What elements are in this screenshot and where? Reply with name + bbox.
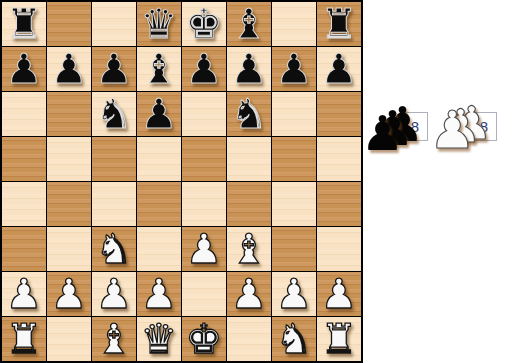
- piece-black-rook[interactable]: ♜: [321, 4, 358, 45]
- square-h5[interactable]: [317, 137, 361, 181]
- piece-white-rook[interactable]: ♜: [321, 319, 358, 360]
- piece-white-knight[interactable]: ♞: [276, 319, 313, 360]
- chess-app: ♜♛♚♝♜♟♟♟♝♟♟♟♟♞♟♞♞♟♝♟♟♟♟♟♟♟♜♝♛♚♞♜ ♟ ♟ ♟ 8…: [0, 0, 514, 363]
- square-h2[interactable]: ♟: [317, 272, 361, 316]
- square-g7[interactable]: ♟: [272, 47, 316, 91]
- square-g2[interactable]: ♟: [272, 272, 316, 316]
- square-f1[interactable]: [227, 317, 271, 361]
- square-e3[interactable]: ♟: [182, 227, 226, 271]
- square-h6[interactable]: [317, 92, 361, 136]
- square-d7[interactable]: ♝: [137, 47, 181, 91]
- square-c7[interactable]: ♟: [92, 47, 136, 91]
- piece-black-bishop[interactable]: ♝: [141, 49, 178, 90]
- piece-black-pawn[interactable]: ♟: [141, 94, 178, 135]
- square-h1[interactable]: ♜: [317, 317, 361, 361]
- piece-black-knight[interactable]: ♞: [96, 94, 133, 135]
- piece-white-pawn[interactable]: ♟: [231, 274, 268, 315]
- piece-white-pawn[interactable]: ♟: [321, 274, 358, 315]
- square-f7[interactable]: ♟: [227, 47, 271, 91]
- piece-black-pawn[interactable]: ♟: [276, 49, 313, 90]
- square-g1[interactable]: ♞: [272, 317, 316, 361]
- piece-black-king[interactable]: ♚: [186, 4, 223, 45]
- square-c8[interactable]: [92, 2, 136, 46]
- piece-white-pawn[interactable]: ♟: [96, 274, 133, 315]
- square-h4[interactable]: [317, 182, 361, 226]
- square-c6[interactable]: ♞: [92, 92, 136, 136]
- square-c4[interactable]: [92, 182, 136, 226]
- chess-board: ♜♛♚♝♜♟♟♟♝♟♟♟♟♞♟♞♞♟♝♟♟♟♟♟♟♟♜♝♛♚♞♜: [0, 0, 363, 363]
- square-f6[interactable]: ♞: [227, 92, 271, 136]
- square-d1[interactable]: ♛: [137, 317, 181, 361]
- piece-white-king[interactable]: ♚: [186, 319, 223, 360]
- square-a8[interactable]: ♜: [2, 2, 46, 46]
- square-e2[interactable]: [182, 272, 226, 316]
- square-g4[interactable]: [272, 182, 316, 226]
- white-pawns-icon: ♟ ♟ ♟: [429, 100, 477, 152]
- square-d5[interactable]: [137, 137, 181, 181]
- square-a1[interactable]: ♜: [2, 317, 46, 361]
- square-d8[interactable]: ♛: [137, 2, 181, 46]
- piece-white-bishop[interactable]: ♝: [96, 319, 133, 360]
- piece-white-bishop[interactable]: ♝: [231, 229, 268, 270]
- piece-white-knight[interactable]: ♞: [96, 229, 133, 270]
- square-h7[interactable]: ♟: [317, 47, 361, 91]
- square-f3[interactable]: ♝: [227, 227, 271, 271]
- square-a7[interactable]: ♟: [2, 47, 46, 91]
- square-a4[interactable]: [2, 182, 46, 226]
- square-c3[interactable]: ♞: [92, 227, 136, 271]
- piece-black-pawn[interactable]: ♟: [321, 49, 358, 90]
- piece-white-pawn[interactable]: ♟: [186, 229, 223, 270]
- square-b1[interactable]: [47, 317, 91, 361]
- square-g6[interactable]: [272, 92, 316, 136]
- square-g3[interactable]: [272, 227, 316, 271]
- piece-black-pawn[interactable]: ♟: [51, 49, 88, 90]
- piece-white-pawn[interactable]: ♟: [51, 274, 88, 315]
- piece-black-pawn[interactable]: ♟: [186, 49, 223, 90]
- square-f5[interactable]: [227, 137, 271, 181]
- square-b6[interactable]: [47, 92, 91, 136]
- square-a3[interactable]: [2, 227, 46, 271]
- black-pawns-icon: ♟ ♟ ♟: [361, 100, 409, 152]
- square-d4[interactable]: [137, 182, 181, 226]
- square-e4[interactable]: [182, 182, 226, 226]
- square-e5[interactable]: [182, 137, 226, 181]
- square-h8[interactable]: ♜: [317, 2, 361, 46]
- square-e7[interactable]: ♟: [182, 47, 226, 91]
- piece-white-pawn[interactable]: ♟: [141, 274, 178, 315]
- square-g8[interactable]: [272, 2, 316, 46]
- square-c5[interactable]: [92, 137, 136, 181]
- piece-white-rook[interactable]: ♜: [6, 319, 43, 360]
- square-f8[interactable]: ♝: [227, 2, 271, 46]
- piece-black-pawn[interactable]: ♟: [6, 49, 43, 90]
- square-a2[interactable]: ♟: [2, 272, 46, 316]
- piece-black-knight[interactable]: ♞: [231, 94, 268, 135]
- piece-black-pawn[interactable]: ♟: [231, 49, 268, 90]
- square-b2[interactable]: ♟: [47, 272, 91, 316]
- piece-black-pawn[interactable]: ♟: [96, 49, 133, 90]
- piece-white-queen[interactable]: ♛: [141, 319, 178, 360]
- piece-white-pawn[interactable]: ♟: [6, 274, 43, 315]
- piece-black-rook[interactable]: ♜: [6, 4, 43, 45]
- square-c1[interactable]: ♝: [92, 317, 136, 361]
- piece-white-pawn[interactable]: ♟: [276, 274, 313, 315]
- square-b4[interactable]: [47, 182, 91, 226]
- square-b3[interactable]: [47, 227, 91, 271]
- square-a6[interactable]: [2, 92, 46, 136]
- square-b8[interactable]: [47, 2, 91, 46]
- square-b5[interactable]: [47, 137, 91, 181]
- square-e6[interactable]: [182, 92, 226, 136]
- square-h3[interactable]: [317, 227, 361, 271]
- square-e1[interactable]: ♚: [182, 317, 226, 361]
- square-e8[interactable]: ♚: [182, 2, 226, 46]
- square-d3[interactable]: [137, 227, 181, 271]
- square-d6[interactable]: ♟: [137, 92, 181, 136]
- square-f4[interactable]: [227, 182, 271, 226]
- piece-black-bishop[interactable]: ♝: [231, 4, 268, 45]
- black-pawn-icon: ♟: [361, 109, 404, 157]
- white-pawn-icon: ♟: [429, 104, 476, 156]
- square-a5[interactable]: [2, 137, 46, 181]
- square-b7[interactable]: ♟: [47, 47, 91, 91]
- piece-black-queen[interactable]: ♛: [141, 4, 178, 45]
- square-f2[interactable]: ♟: [227, 272, 271, 316]
- square-g5[interactable]: [272, 137, 316, 181]
- square-c2[interactable]: ♟: [92, 272, 136, 316]
- square-d2[interactable]: ♟: [137, 272, 181, 316]
